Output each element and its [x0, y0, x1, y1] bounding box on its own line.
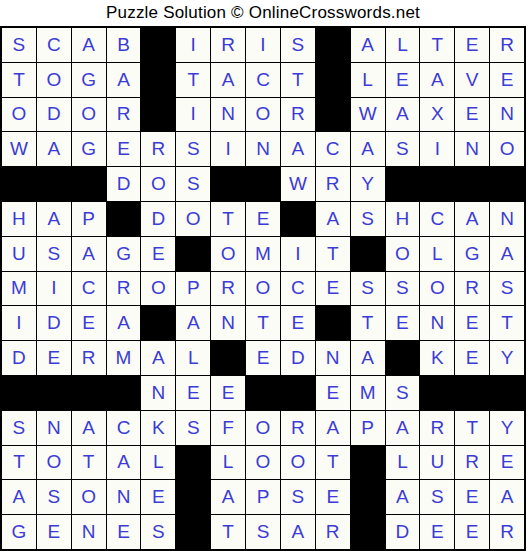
grid-cell: A — [455, 202, 489, 236]
grid-cell: A — [211, 480, 245, 514]
block-cell — [211, 341, 245, 375]
grid-cell: A — [351, 28, 385, 62]
grid-cell: G — [72, 132, 106, 166]
block-cell — [2, 167, 36, 201]
grid-cell: W — [281, 167, 315, 201]
block-cell — [141, 98, 175, 132]
block-cell — [351, 480, 385, 514]
grid-cell: P — [246, 480, 280, 514]
grid-cell: U — [2, 237, 36, 271]
grid-cell: D — [107, 167, 141, 201]
grid-cell: R — [72, 341, 106, 375]
grid-cell: N — [37, 411, 71, 445]
grid-cell: A — [107, 63, 141, 97]
grid-cell: O — [141, 272, 175, 306]
grid-cell: H — [2, 202, 36, 236]
grid-cell: S — [420, 480, 454, 514]
grid-cell: O — [37, 446, 71, 480]
grid-cell: A — [211, 63, 245, 97]
grid-cell: K — [420, 341, 454, 375]
grid-cell: B — [107, 28, 141, 62]
page-title: Puzzle Solution © OnlineCrosswords.net — [0, 0, 526, 26]
grid-cell: T — [211, 515, 245, 549]
grid-cell: E — [420, 515, 454, 549]
grid-cell: E — [211, 376, 245, 410]
grid-cell: T — [211, 202, 245, 236]
grid-cell: A — [490, 480, 524, 514]
block-cell — [351, 446, 385, 480]
grid-cell: O — [211, 237, 245, 271]
block-cell — [37, 376, 71, 410]
grid-cell: A — [316, 411, 350, 445]
grid-cell: A — [176, 306, 210, 340]
grid-cell: N — [211, 98, 245, 132]
grid-cell: G — [107, 237, 141, 271]
block-cell — [281, 376, 315, 410]
grid-cell: C — [316, 132, 350, 166]
block-cell — [316, 306, 350, 340]
grid-cell: T — [176, 63, 210, 97]
grid-cell: I — [2, 306, 36, 340]
grid-cell: O — [246, 411, 280, 445]
grid-cell: E — [141, 237, 175, 271]
grid-cell: O — [141, 167, 175, 201]
grid-cell: I — [37, 272, 71, 306]
grid-cell: A — [107, 446, 141, 480]
grid-cell: R — [316, 167, 350, 201]
grid-cell: R — [490, 28, 524, 62]
grid-cell: L — [386, 28, 420, 62]
grid-cell: E — [246, 341, 280, 375]
block-cell — [246, 376, 280, 410]
block-cell — [176, 446, 210, 480]
grid-cell: E — [107, 132, 141, 166]
grid-cell: T — [455, 411, 489, 445]
grid-cell: O — [281, 446, 315, 480]
block-cell — [107, 376, 141, 410]
grid-cell: C — [72, 272, 106, 306]
grid-cell: I — [281, 237, 315, 271]
grid-cell: E — [386, 306, 420, 340]
grid-cell: A — [107, 306, 141, 340]
block-cell — [351, 515, 385, 549]
grid-cell: O — [72, 98, 106, 132]
grid-cell: E — [141, 480, 175, 514]
grid-cell: C — [107, 411, 141, 445]
block-cell — [490, 167, 524, 201]
grid-cell: S — [176, 132, 210, 166]
grid-cell: W — [2, 132, 36, 166]
grid-cell: A — [37, 132, 71, 166]
puzzle-page: Puzzle Solution © OnlineCrosswords.net S… — [0, 0, 526, 551]
grid-cell: A — [72, 237, 106, 271]
grid-cell: A — [386, 411, 420, 445]
grid-cell: S — [2, 28, 36, 62]
grid-cell: I — [211, 132, 245, 166]
grid-cell: A — [141, 341, 175, 375]
grid-cell: A — [281, 515, 315, 549]
block-cell — [107, 202, 141, 236]
grid-cell: P — [72, 202, 106, 236]
grid-cell: O — [386, 237, 420, 271]
grid-cell: L — [141, 446, 175, 480]
grid-cell: N — [246, 132, 280, 166]
grid-cell: E — [386, 63, 420, 97]
grid-cell: O — [246, 446, 280, 480]
grid-cell: T — [316, 237, 350, 271]
grid-cell: H — [386, 202, 420, 236]
block-cell — [176, 515, 210, 549]
grid-cell: S — [246, 515, 280, 549]
grid-cell: I — [176, 98, 210, 132]
grid-cell: F — [211, 411, 245, 445]
grid-cell: P — [351, 411, 385, 445]
grid-cell: G — [72, 63, 106, 97]
grid-cell: R — [141, 132, 175, 166]
grid-cell: C — [281, 272, 315, 306]
block-cell — [72, 376, 106, 410]
grid-cell: E — [37, 341, 71, 375]
grid-cell: D — [386, 515, 420, 549]
grid-cell: N — [420, 306, 454, 340]
grid-cell: R — [281, 411, 315, 445]
block-cell — [420, 167, 454, 201]
grid-cell: S — [351, 202, 385, 236]
grid-cell: V — [455, 63, 489, 97]
grid-cell: P — [176, 272, 210, 306]
grid-cell: T — [490, 306, 524, 340]
block-cell — [420, 376, 454, 410]
block-cell — [281, 202, 315, 236]
grid-cell: D — [141, 202, 175, 236]
grid-cell: I — [176, 28, 210, 62]
block-cell — [386, 341, 420, 375]
grid-cell: I — [420, 132, 454, 166]
grid-cell: T — [2, 446, 36, 480]
grid-cell: M — [107, 341, 141, 375]
grid-cell: S — [176, 167, 210, 201]
grid-cell: O — [490, 132, 524, 166]
grid-cell: L — [211, 446, 245, 480]
grid-cell: C — [246, 63, 280, 97]
grid-cell: U — [420, 446, 454, 480]
grid-cell: S — [490, 272, 524, 306]
grid-cell: O — [420, 272, 454, 306]
block-cell — [2, 376, 36, 410]
grid-cell: A — [490, 237, 524, 271]
grid-cell: A — [2, 480, 36, 514]
grid-cell: S — [281, 28, 315, 62]
grid-cell: A — [351, 132, 385, 166]
grid-cell: N — [490, 98, 524, 132]
grid-cell: A — [386, 480, 420, 514]
grid-cell: T — [281, 63, 315, 97]
block-cell — [351, 237, 385, 271]
grid-cell: E — [490, 446, 524, 480]
grid-cell: E — [490, 63, 524, 97]
grid-cell: G — [455, 237, 489, 271]
grid-cell: S — [37, 480, 71, 514]
grid-cell: C — [420, 202, 454, 236]
grid-cell: Y — [490, 341, 524, 375]
grid-cell: N — [316, 341, 350, 375]
block-cell — [141, 28, 175, 62]
grid-cell: E — [316, 480, 350, 514]
block-cell — [490, 376, 524, 410]
grid-cell: T — [316, 446, 350, 480]
grid-cell: D — [281, 341, 315, 375]
grid-cell: G — [2, 515, 36, 549]
block-cell — [455, 167, 489, 201]
grid-cell: K — [141, 411, 175, 445]
grid-cell: R — [211, 272, 245, 306]
grid-cell: T — [420, 28, 454, 62]
grid-cell: Y — [490, 411, 524, 445]
grid-cell: E — [37, 515, 71, 549]
grid-cell: A — [72, 411, 106, 445]
grid-cell: E — [455, 28, 489, 62]
grid-cell: O — [176, 202, 210, 236]
block-cell — [455, 376, 489, 410]
grid-cell: E — [455, 98, 489, 132]
grid-cell: L — [420, 237, 454, 271]
grid-cell: O — [72, 480, 106, 514]
grid-cell: S — [351, 272, 385, 306]
grid-cell: T — [72, 446, 106, 480]
grid-cell: R — [107, 272, 141, 306]
grid-cell: A — [281, 132, 315, 166]
grid-cell: R — [281, 98, 315, 132]
grid-cell: T — [2, 63, 36, 97]
grid-cell: S — [386, 376, 420, 410]
grid-cell: L — [386, 446, 420, 480]
grid-cell: S — [386, 272, 420, 306]
block-cell — [246, 167, 280, 201]
grid-cell: L — [351, 63, 385, 97]
block-cell — [386, 167, 420, 201]
grid-cell: A — [386, 98, 420, 132]
grid-cell: R — [490, 515, 524, 549]
grid-cell: E — [316, 376, 350, 410]
grid-cell: E — [455, 515, 489, 549]
grid-cell: S — [386, 132, 420, 166]
block-cell — [72, 167, 106, 201]
grid-cell: I — [246, 28, 280, 62]
grid-cell: S — [37, 237, 71, 271]
grid-cell: R — [420, 411, 454, 445]
grid-cell: N — [107, 480, 141, 514]
grid-cell: M — [246, 237, 280, 271]
grid-cell: T — [351, 306, 385, 340]
block-cell — [37, 167, 71, 201]
grid-cell: O — [2, 98, 36, 132]
grid-cell: N — [141, 376, 175, 410]
grid-cell: E — [316, 272, 350, 306]
grid-cell: E — [72, 306, 106, 340]
grid-cell: O — [246, 272, 280, 306]
grid-cell: S — [176, 411, 210, 445]
grid-cell: L — [176, 341, 210, 375]
block-cell — [316, 28, 350, 62]
grid-cell: E — [455, 306, 489, 340]
grid-cell: D — [37, 98, 71, 132]
grid-cell: R — [316, 515, 350, 549]
block-cell — [176, 237, 210, 271]
grid-cell: R — [211, 28, 245, 62]
grid-cell: R — [455, 446, 489, 480]
grid-cell: S — [141, 515, 175, 549]
crossword-grid: SCABIRISALTERTOGATACTLEAVEODORINORWAXENW… — [0, 26, 526, 551]
grid-cell: A — [72, 28, 106, 62]
grid-cell: A — [351, 341, 385, 375]
block-cell — [176, 480, 210, 514]
grid-cell: O — [246, 98, 280, 132]
block-cell — [316, 98, 350, 132]
grid-cell: R — [107, 98, 141, 132]
grid-cell: E — [107, 515, 141, 549]
grid-cell: M — [2, 272, 36, 306]
grid-cell: C — [37, 28, 71, 62]
grid-cell: X — [420, 98, 454, 132]
grid-cell: E — [176, 376, 210, 410]
block-cell — [211, 167, 245, 201]
grid-cell: A — [420, 63, 454, 97]
grid-cell: E — [455, 480, 489, 514]
block-cell — [141, 63, 175, 97]
grid-cell: D — [37, 306, 71, 340]
grid-cell: R — [455, 272, 489, 306]
grid-cell: E — [246, 202, 280, 236]
grid-cell: S — [2, 411, 36, 445]
grid-cell: W — [351, 98, 385, 132]
grid-cell: A — [316, 202, 350, 236]
grid-cell: S — [281, 480, 315, 514]
block-cell — [141, 306, 175, 340]
grid-cell: M — [351, 376, 385, 410]
grid-cell: A — [37, 202, 71, 236]
grid-cell: O — [37, 63, 71, 97]
grid-cell: D — [2, 341, 36, 375]
grid-cell: N — [211, 306, 245, 340]
block-cell — [316, 63, 350, 97]
grid-cell: N — [490, 202, 524, 236]
grid-cell: T — [246, 306, 280, 340]
grid-cell: E — [281, 306, 315, 340]
grid-cell: N — [455, 132, 489, 166]
grid-cell: Y — [351, 167, 385, 201]
grid-cell: E — [455, 341, 489, 375]
grid-cell: N — [72, 515, 106, 549]
